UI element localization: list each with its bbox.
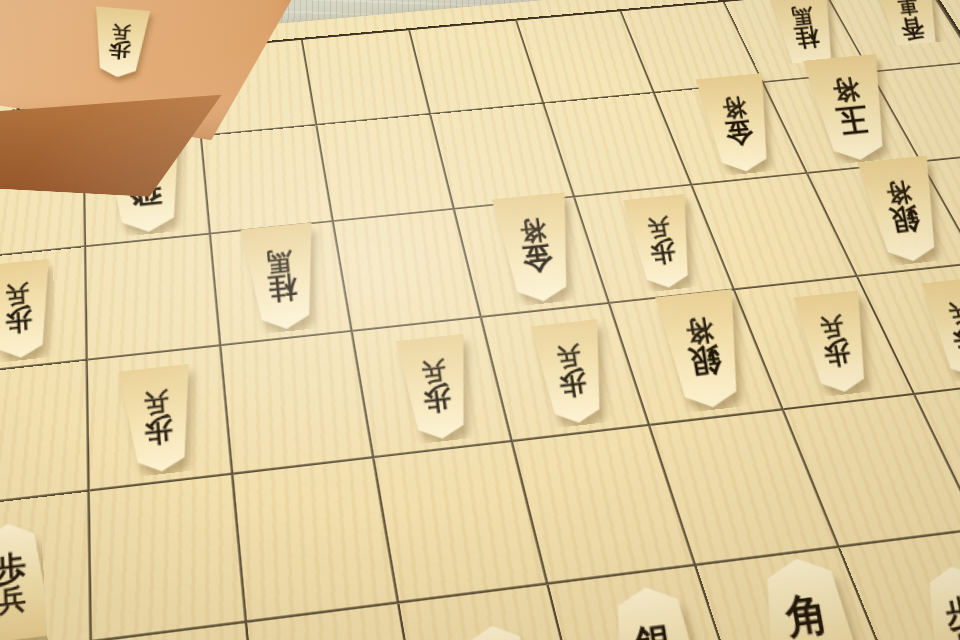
sente-silver-56[interactable]: 銀将 <box>597 581 716 640</box>
shogi-photo-scene: 香車桂馬香車飛車金将玉将歩兵桂馬金将歩兵銀将歩兵歩兵歩兵歩兵銀将歩兵歩兵歩兵歩兵… <box>0 0 960 640</box>
piece-kanji-bottom: 兵 <box>952 629 960 640</box>
sente-bishop-46[interactable]: 角行 <box>745 552 875 640</box>
square-5-3[interactable]: 金将 <box>455 197 609 317</box>
piece-face: 歩兵 <box>528 319 614 427</box>
gote-lance-11[interactable]: 香車 <box>873 0 950 63</box>
piece-kanji-top: 銀 <box>687 343 724 380</box>
gote-pawn-93[interactable]: 歩兵 <box>0 259 56 362</box>
gote-pawn-54[interactable]: 歩兵 <box>528 319 614 427</box>
piece-face: 歩兵 <box>0 519 55 640</box>
square-8-4[interactable]: 歩兵 <box>88 346 234 491</box>
square-7-3[interactable]: 桂馬 <box>211 222 353 346</box>
square-7-4[interactable] <box>222 331 375 474</box>
piece-face: 銀将 <box>597 581 716 640</box>
piece-kanji-bottom: 兵 <box>819 313 846 340</box>
piece-kanji-top: 玉 <box>834 102 872 137</box>
piece-kanji-bottom: 馬 <box>791 4 816 27</box>
square-9-5[interactable]: 歩兵 <box>0 491 92 640</box>
piece-face: 金将 <box>489 192 583 306</box>
square-9-4[interactable] <box>0 360 90 508</box>
piece-face: 歩兵 <box>920 276 960 381</box>
piece-face: 銀将 <box>653 289 755 412</box>
komadai-piece-stand: 歩 兵 <box>0 0 306 204</box>
piece-face: 歩兵 <box>116 364 200 476</box>
piece-kanji-top: 歩 <box>943 594 960 632</box>
piece-face: 桂馬 <box>238 222 325 333</box>
gote-pawn-64[interactable]: 歩兵 <box>393 333 478 443</box>
piece-face: 香車 <box>873 0 950 63</box>
piece-face: 歩兵 <box>0 259 56 362</box>
gote-knight-73[interactable]: 桂馬 <box>238 222 325 333</box>
square-9-3[interactable]: 歩兵 <box>0 247 88 375</box>
gote-gold-53[interactable]: 金将 <box>489 192 583 306</box>
square-8-5[interactable] <box>90 474 248 640</box>
square-8-3[interactable] <box>86 234 221 360</box>
gote-pawn-34[interactable]: 歩兵 <box>792 290 880 396</box>
piece-kanji-bottom: 兵 <box>555 342 582 369</box>
piece-face: 金将 <box>694 73 783 175</box>
piece-kanji-bottom: 将 <box>519 216 548 245</box>
piece-kanji-top: 桂 <box>266 272 298 304</box>
piece-face: 銀将 <box>856 155 952 265</box>
piece-face: 歩兵 <box>393 333 478 443</box>
piece-kanji-bottom: 兵 <box>143 388 170 416</box>
piece-kanji-bottom: 兵 <box>947 299 960 325</box>
piece-kanji-bottom: 兵 <box>420 357 447 385</box>
piece-face: 角行 <box>745 552 875 640</box>
piece-kanji-top: 銀 <box>888 204 923 237</box>
piece-face: 歩 兵 <box>88 6 152 79</box>
piece-kanji-bottom: 兵 <box>4 281 29 307</box>
piece-kanji-bottom: 将 <box>684 315 715 346</box>
piece-kanji-top: 桂 <box>793 24 821 50</box>
piece-kanji-top: 銀 <box>632 620 676 640</box>
captured-pawn-piece[interactable]: 歩 兵 <box>88 6 152 79</box>
piece-kanji-bottom: 将 <box>885 178 914 206</box>
piece-kanji-bottom: 将 <box>831 76 862 105</box>
gote-pawn-43[interactable]: 歩兵 <box>621 194 702 292</box>
piece-kanji-bottom: 車 <box>897 0 920 17</box>
gote-silver-23[interactable]: 銀将 <box>856 155 952 265</box>
gote-pawn-24[interactable]: 歩兵 <box>920 276 960 381</box>
piece-kanji-bottom: 将 <box>721 95 748 121</box>
piece-kanji-bottom: 馬 <box>266 246 293 274</box>
square-6-1[interactable] <box>303 30 432 125</box>
piece-face: 歩兵 <box>450 620 551 640</box>
piece-kanji-top: 香 <box>899 15 927 41</box>
square-7-5[interactable] <box>234 458 400 624</box>
piece-kanji-top: 金 <box>520 242 554 276</box>
piece-kanji-bottom: 兵 <box>646 215 671 240</box>
piece-face: 歩兵 <box>621 194 702 292</box>
gote-silver-44[interactable]: 銀将 <box>653 289 755 412</box>
sente-pawn-95[interactable]: 歩兵 <box>0 519 55 640</box>
gote-pawn-84[interactable]: 歩兵 <box>116 364 200 476</box>
gote-gold-32[interactable]: 金将 <box>694 73 783 175</box>
piece-kanji-top: 金 <box>723 118 755 149</box>
piece-kanji-bottom: 兵 <box>111 22 131 41</box>
piece-kanji-top: 角 <box>783 591 832 640</box>
piece-face: 歩兵 <box>792 290 880 396</box>
piece-face: 歩兵 <box>912 561 960 640</box>
piece-kanji-bottom: 兵 <box>0 584 26 616</box>
sente-pawn-66[interactable]: 歩兵 <box>450 620 551 640</box>
sente-pawn-36[interactable]: 歩兵 <box>912 561 960 640</box>
